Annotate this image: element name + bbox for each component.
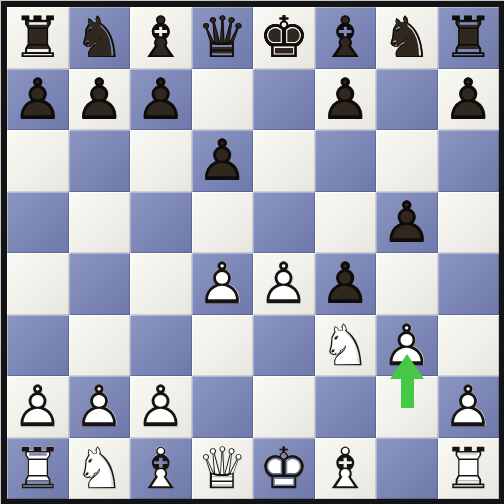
square-g5[interactable]: ♟♙ bbox=[376, 192, 438, 254]
square-g8[interactable]: ♞♘ bbox=[376, 7, 438, 69]
white-bishop: ♝♗ bbox=[130, 438, 192, 500]
square-c3[interactable] bbox=[130, 315, 192, 377]
square-d8[interactable]: ♛♕ bbox=[192, 7, 254, 69]
square-g4[interactable] bbox=[376, 253, 438, 315]
white-pawn: ♟♙ bbox=[438, 376, 500, 438]
piece-outline: ♙ bbox=[376, 192, 438, 254]
piece-outline: ♙ bbox=[7, 376, 69, 438]
piece-outline: ♕ bbox=[192, 438, 254, 500]
black-knight: ♞♘ bbox=[69, 7, 131, 69]
piece-outline: ♖ bbox=[438, 438, 500, 500]
black-pawn-icon: ♟♙ bbox=[438, 69, 500, 131]
piece-outline: ♘ bbox=[69, 438, 131, 500]
square-f3[interactable]: ♞♘ bbox=[315, 315, 377, 377]
piece-outline: ♙ bbox=[376, 315, 438, 377]
black-queen: ♛♕ bbox=[192, 7, 254, 69]
white-knight: ♞♘ bbox=[315, 315, 377, 377]
square-e5[interactable] bbox=[253, 192, 315, 254]
square-g6[interactable] bbox=[376, 130, 438, 192]
square-a5[interactable] bbox=[7, 192, 69, 254]
white-rook-icon: ♜♖ bbox=[438, 438, 500, 500]
black-pawn: ♟♙ bbox=[376, 192, 438, 254]
square-d4[interactable]: ♟♙ bbox=[192, 253, 254, 315]
white-bishop: ♝♗ bbox=[315, 438, 377, 500]
square-d5[interactable] bbox=[192, 192, 254, 254]
piece-outline: ♙ bbox=[192, 253, 254, 315]
piece-outline: ♙ bbox=[438, 376, 500, 438]
piece-outline: ♙ bbox=[130, 69, 192, 131]
piece-outline: ♗ bbox=[315, 7, 377, 69]
square-h5[interactable] bbox=[438, 192, 500, 254]
piece-outline: ♗ bbox=[315, 438, 377, 500]
square-c6[interactable] bbox=[130, 130, 192, 192]
chess-board: ♜♖♞♘♝♗♛♕♚♔♝♗♞♘♜♖♟♙♟♙♟♙♟♙♟♙♟♙♟♙♟♙♟♙♟♙♞♘♟♙… bbox=[7, 7, 499, 499]
square-h2[interactable]: ♟♙ bbox=[438, 376, 500, 438]
black-queen-icon: ♛♕ bbox=[192, 7, 254, 69]
black-pawn-icon: ♟♙ bbox=[130, 69, 192, 131]
white-pawn: ♟♙ bbox=[376, 315, 438, 377]
black-pawn: ♟♙ bbox=[69, 69, 131, 131]
white-queen-icon: ♛♕ bbox=[192, 438, 254, 500]
black-bishop: ♝♗ bbox=[315, 7, 377, 69]
square-d6[interactable]: ♟♙ bbox=[192, 130, 254, 192]
white-pawn: ♟♙ bbox=[253, 253, 315, 315]
black-pawn-icon: ♟♙ bbox=[192, 130, 254, 192]
white-knight-icon: ♞♘ bbox=[315, 315, 377, 377]
square-a1[interactable]: ♜♖ bbox=[7, 438, 69, 500]
black-pawn-icon: ♟♙ bbox=[69, 69, 131, 131]
square-f4[interactable]: ♟♙ bbox=[315, 253, 377, 315]
white-pawn-icon: ♟♙ bbox=[192, 253, 254, 315]
white-pawn: ♟♙ bbox=[192, 253, 254, 315]
square-e4[interactable]: ♟♙ bbox=[253, 253, 315, 315]
white-pawn-icon: ♟♙ bbox=[130, 376, 192, 438]
black-pawn: ♟♙ bbox=[130, 69, 192, 131]
black-pawn: ♟♙ bbox=[315, 69, 377, 131]
piece-outline: ♘ bbox=[376, 7, 438, 69]
square-a7[interactable]: ♟♙ bbox=[7, 69, 69, 131]
square-f5[interactable] bbox=[315, 192, 377, 254]
black-rook: ♜♖ bbox=[438, 7, 500, 69]
board-frame: ♜♖♞♘♝♗♛♕♚♔♝♗♞♘♜♖♟♙♟♙♟♙♟♙♟♙♟♙♟♙♟♙♟♙♟♙♞♘♟♙… bbox=[0, 0, 504, 504]
piece-outline: ♙ bbox=[7, 69, 69, 131]
black-rook: ♜♖ bbox=[7, 7, 69, 69]
white-pawn: ♟♙ bbox=[130, 376, 192, 438]
piece-outline: ♗ bbox=[130, 7, 192, 69]
square-g3[interactable]: ♟♙ bbox=[376, 315, 438, 377]
square-e1[interactable]: ♚♔ bbox=[253, 438, 315, 500]
square-c5[interactable] bbox=[130, 192, 192, 254]
piece-outline: ♙ bbox=[192, 130, 254, 192]
square-f6[interactable] bbox=[315, 130, 377, 192]
square-h3[interactable] bbox=[438, 315, 500, 377]
white-rook-icon: ♜♖ bbox=[7, 438, 69, 500]
black-pawn: ♟♙ bbox=[438, 69, 500, 131]
black-knight: ♞♘ bbox=[376, 7, 438, 69]
white-pawn-icon: ♟♙ bbox=[69, 376, 131, 438]
white-knight: ♞♘ bbox=[69, 438, 131, 500]
piece-outline: ♗ bbox=[130, 438, 192, 500]
square-c4[interactable] bbox=[130, 253, 192, 315]
white-pawn: ♟♙ bbox=[69, 376, 131, 438]
piece-outline: ♔ bbox=[253, 7, 315, 69]
black-pawn-icon: ♟♙ bbox=[315, 69, 377, 131]
white-king: ♚♔ bbox=[253, 438, 315, 500]
square-a6[interactable] bbox=[7, 130, 69, 192]
white-pawn-icon: ♟♙ bbox=[376, 315, 438, 377]
black-rook-icon: ♜♖ bbox=[438, 7, 500, 69]
square-d3[interactable] bbox=[192, 315, 254, 377]
square-a4[interactable] bbox=[7, 253, 69, 315]
black-pawn: ♟♙ bbox=[7, 69, 69, 131]
square-h6[interactable] bbox=[438, 130, 500, 192]
black-bishop: ♝♗ bbox=[130, 7, 192, 69]
square-e3[interactable] bbox=[253, 315, 315, 377]
white-bishop-icon: ♝♗ bbox=[130, 438, 192, 500]
square-d7[interactable] bbox=[192, 69, 254, 131]
piece-outline: ♕ bbox=[192, 7, 254, 69]
black-rook-icon: ♜♖ bbox=[7, 7, 69, 69]
piece-outline: ♘ bbox=[69, 7, 131, 69]
white-pawn-icon: ♟♙ bbox=[253, 253, 315, 315]
square-c2[interactable]: ♟♙ bbox=[130, 376, 192, 438]
piece-outline: ♙ bbox=[253, 253, 315, 315]
white-rook: ♜♖ bbox=[438, 438, 500, 500]
square-h8[interactable]: ♜♖ bbox=[438, 7, 500, 69]
black-knight-icon: ♞♘ bbox=[69, 7, 131, 69]
square-f8[interactable]: ♝♗ bbox=[315, 7, 377, 69]
piece-outline: ♙ bbox=[69, 69, 131, 131]
black-pawn: ♟♙ bbox=[192, 130, 254, 192]
white-bishop-icon: ♝♗ bbox=[315, 438, 377, 500]
piece-outline: ♔ bbox=[253, 438, 315, 500]
square-b5[interactable] bbox=[69, 192, 131, 254]
black-bishop-icon: ♝♗ bbox=[130, 7, 192, 69]
piece-outline: ♖ bbox=[7, 7, 69, 69]
square-a2[interactable]: ♟♙ bbox=[7, 376, 69, 438]
black-pawn-icon: ♟♙ bbox=[7, 69, 69, 131]
black-pawn-icon: ♟♙ bbox=[315, 253, 377, 315]
square-h4[interactable] bbox=[438, 253, 500, 315]
piece-outline: ♘ bbox=[315, 315, 377, 377]
piece-outline: ♙ bbox=[69, 376, 131, 438]
black-pawn: ♟♙ bbox=[315, 253, 377, 315]
square-c1[interactable]: ♝♗ bbox=[130, 438, 192, 500]
square-e2[interactable] bbox=[253, 376, 315, 438]
square-b6[interactable] bbox=[69, 130, 131, 192]
square-d1[interactable]: ♛♕ bbox=[192, 438, 254, 500]
square-e8[interactable]: ♚♔ bbox=[253, 7, 315, 69]
square-c7[interactable]: ♟♙ bbox=[130, 69, 192, 131]
white-rook: ♜♖ bbox=[7, 438, 69, 500]
square-b2[interactable]: ♟♙ bbox=[69, 376, 131, 438]
square-h7[interactable]: ♟♙ bbox=[438, 69, 500, 131]
black-knight-icon: ♞♘ bbox=[376, 7, 438, 69]
square-a8[interactable]: ♜♖ bbox=[7, 7, 69, 69]
square-b4[interactable] bbox=[69, 253, 131, 315]
piece-outline: ♙ bbox=[438, 69, 500, 131]
black-king-icon: ♚♔ bbox=[253, 7, 315, 69]
piece-outline: ♙ bbox=[315, 69, 377, 131]
square-f7[interactable]: ♟♙ bbox=[315, 69, 377, 131]
square-b3[interactable] bbox=[69, 315, 131, 377]
square-c8[interactable]: ♝♗ bbox=[130, 7, 192, 69]
piece-outline: ♙ bbox=[315, 253, 377, 315]
piece-outline: ♙ bbox=[130, 376, 192, 438]
white-knight-icon: ♞♘ bbox=[69, 438, 131, 500]
white-pawn: ♟♙ bbox=[7, 376, 69, 438]
square-e6[interactable] bbox=[253, 130, 315, 192]
white-queen: ♛♕ bbox=[192, 438, 254, 500]
square-b8[interactable]: ♞♘ bbox=[69, 7, 131, 69]
square-b1[interactable]: ♞♘ bbox=[69, 438, 131, 500]
white-pawn-icon: ♟♙ bbox=[7, 376, 69, 438]
square-e7[interactable] bbox=[253, 69, 315, 131]
square-g2[interactable] bbox=[376, 376, 438, 438]
square-g7[interactable] bbox=[376, 69, 438, 131]
piece-outline: ♖ bbox=[7, 438, 69, 500]
black-king: ♚♔ bbox=[253, 7, 315, 69]
square-b7[interactable]: ♟♙ bbox=[69, 69, 131, 131]
piece-outline: ♖ bbox=[438, 7, 500, 69]
black-pawn-icon: ♟♙ bbox=[376, 192, 438, 254]
square-d2[interactable] bbox=[192, 376, 254, 438]
white-pawn-icon: ♟♙ bbox=[438, 376, 500, 438]
black-bishop-icon: ♝♗ bbox=[315, 7, 377, 69]
square-a3[interactable] bbox=[7, 315, 69, 377]
square-g1[interactable] bbox=[376, 438, 438, 500]
square-f2[interactable] bbox=[315, 376, 377, 438]
square-f1[interactable]: ♝♗ bbox=[315, 438, 377, 500]
square-h1[interactable]: ♜♖ bbox=[438, 438, 500, 500]
white-king-icon: ♚♔ bbox=[253, 438, 315, 500]
